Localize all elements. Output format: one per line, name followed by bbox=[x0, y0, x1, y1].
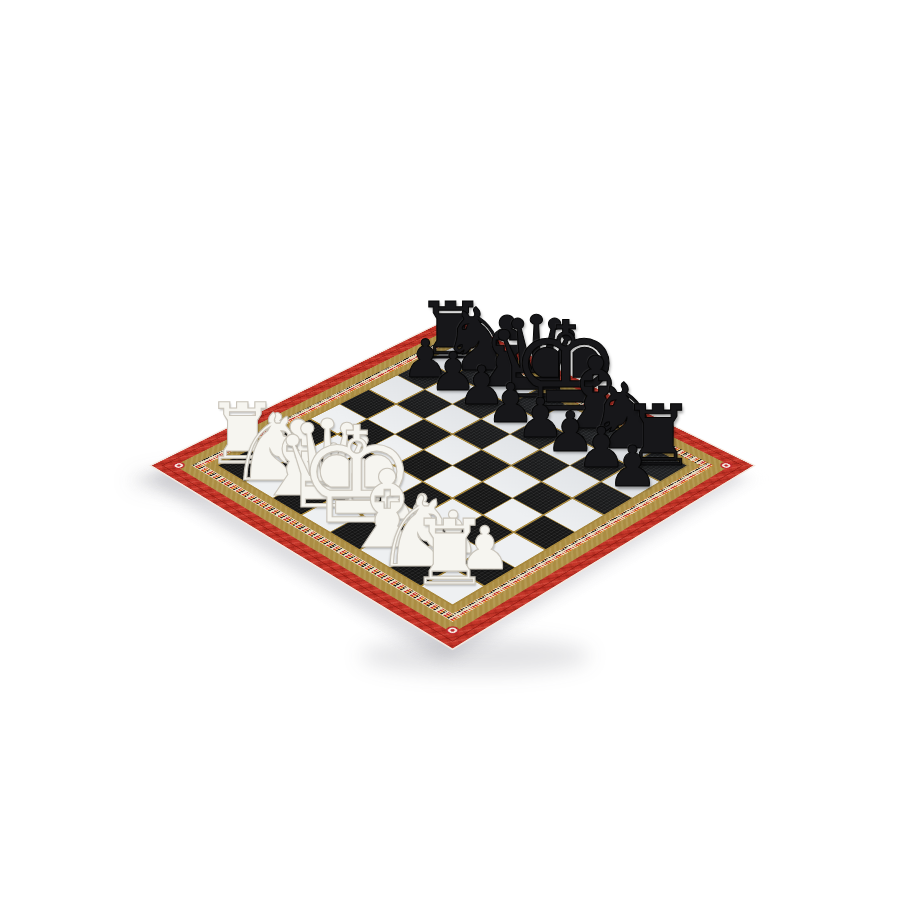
board-red-border bbox=[151, 317, 752, 648]
medallion-mark-icon bbox=[449, 628, 455, 632]
medallion-mark-icon bbox=[449, 328, 454, 331]
chessboard bbox=[240, 253, 665, 678]
medallion-mark-icon bbox=[176, 463, 182, 466]
product-photo-canvas: ♜♞♝♛♚♝♞♜♟♟♟♟♟♟♟♟♟♟♟♟♟♟♟♟♜♞♝♛♚♝♞♜ bbox=[0, 0, 900, 900]
playfield-grid bbox=[215, 346, 689, 606]
medallion-mark-icon bbox=[723, 463, 729, 466]
border-gold-band-outer bbox=[174, 327, 730, 633]
border-checker-ribbon bbox=[191, 335, 713, 622]
border-gold-band-inner bbox=[204, 341, 700, 613]
